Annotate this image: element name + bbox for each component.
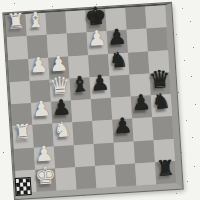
fiducial-marker-icon	[15, 177, 32, 196]
piece-white-knight: ♞	[53, 119, 73, 141]
square-d7	[67, 33, 88, 56]
square-f8	[105, 8, 126, 31]
square-a7	[7, 36, 28, 59]
square-e5: ♟	[89, 76, 110, 99]
square-a8: ♜	[5, 14, 26, 37]
piece-white-bishop: ♝	[26, 10, 46, 32]
square-g8	[125, 7, 146, 30]
square-g6	[128, 51, 149, 74]
square-b7	[27, 35, 48, 58]
chess-board: ♜♝♚♟♟♟♟♞♛♝♟♛♟♟♟♞♜♞♟♟♚♜	[3, 3, 182, 199]
piece-white-pawn: ♟	[29, 54, 49, 76]
piece-black-pawn: ♟	[113, 116, 133, 138]
square-a2	[14, 147, 35, 170]
square-c1	[55, 167, 76, 190]
square-f6: ♞	[108, 52, 129, 75]
square-e4	[91, 98, 112, 121]
square-c7	[47, 34, 68, 57]
piece-white-rook: ♜	[13, 122, 33, 144]
photo-background: ♜♝♚♟♟♟♟♞♛♝♟♛♟♟♟♞♜♞♟♟♚♜	[0, 0, 200, 200]
square-e2	[94, 142, 115, 165]
square-b8: ♝	[25, 13, 46, 36]
square-e7: ♟	[87, 31, 108, 54]
square-h4: ♞	[151, 94, 172, 117]
square-d3	[72, 121, 93, 144]
square-b2: ♟	[34, 146, 55, 169]
square-d1	[75, 166, 96, 189]
piece-white-pawn: ♟	[87, 28, 107, 50]
piece-white-rook: ♜	[6, 11, 26, 33]
square-g5	[129, 73, 150, 96]
piece-white-pawn: ♟	[34, 143, 54, 165]
piece-black-pawn: ♟	[131, 92, 151, 114]
square-d8	[65, 10, 86, 33]
square-g1	[135, 162, 156, 185]
piece-black-rook: ♜	[155, 158, 175, 180]
square-c8	[45, 12, 66, 35]
piece-black-pawn: ♟	[51, 97, 71, 119]
square-c6: ♟	[48, 56, 69, 79]
piece-white-queen: ♛	[49, 75, 72, 97]
square-g7	[127, 29, 148, 52]
square-b1: ♚	[35, 168, 56, 191]
square-f5	[109, 74, 130, 97]
square-h3	[152, 116, 173, 139]
square-f7: ♟	[107, 30, 128, 53]
piece-black-pawn: ♟	[90, 73, 110, 95]
square-a5	[10, 81, 31, 104]
square-d2	[74, 144, 95, 167]
square-b6: ♟	[28, 57, 49, 80]
square-h6	[148, 50, 169, 73]
square-h8	[145, 5, 166, 28]
square-g4: ♟	[131, 95, 152, 118]
square-a4	[11, 103, 32, 126]
square-h2	[154, 139, 175, 162]
square-d6	[68, 55, 89, 78]
square-g2	[134, 140, 155, 163]
square-f4	[111, 97, 132, 120]
piece-white-king: ♚	[34, 165, 57, 187]
square-e8: ♚	[85, 9, 106, 32]
square-b5	[30, 79, 51, 102]
square-a3: ♜	[12, 125, 33, 148]
square-c2	[54, 145, 75, 168]
square-b3	[32, 124, 53, 147]
square-h5: ♛	[149, 72, 170, 95]
square-e1	[95, 164, 116, 187]
square-e3	[92, 120, 113, 143]
piece-black-queen: ♛	[148, 69, 171, 91]
piece-black-pawn: ♟	[107, 27, 127, 49]
square-c4: ♟	[51, 100, 72, 123]
square-f2	[114, 141, 135, 164]
piece-black-bishop: ♝	[70, 74, 90, 96]
square-d5: ♝	[70, 77, 91, 100]
square-a6	[8, 58, 29, 81]
square-d4	[71, 99, 92, 122]
piece-black-knight: ♞	[151, 91, 171, 113]
square-b4: ♟	[31, 102, 52, 125]
piece-black-king: ♚	[84, 6, 107, 28]
photo-noise-speckles	[0, 0, 1, 1]
piece-black-knight: ♞	[108, 49, 128, 71]
piece-white-pawn: ♟	[31, 99, 51, 121]
square-f3: ♟	[112, 119, 133, 142]
square-h1: ♜	[155, 161, 176, 184]
square-g3	[132, 118, 153, 141]
piece-white-pawn: ♟	[49, 53, 69, 75]
square-c5: ♛	[50, 78, 71, 101]
square-f1	[115, 163, 136, 186]
square-h7	[147, 27, 168, 50]
square-c3: ♞	[52, 123, 73, 146]
square-e6	[88, 53, 109, 76]
